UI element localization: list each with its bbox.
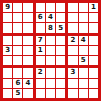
- sudoku-cell-r6c2[interactable]: [13, 56, 22, 65]
- sudoku-cell-r1c2[interactable]: [13, 3, 22, 12]
- sudoku-cell-r2c5[interactable]: 4: [46, 13, 55, 22]
- sudoku-cell-r2c8[interactable]: [79, 13, 88, 22]
- sudoku-cell-r3c8[interactable]: [79, 23, 88, 32]
- sudoku-cell-r9c2[interactable]: 5: [13, 89, 22, 98]
- sudoku-cell-r8c7[interactable]: [68, 79, 77, 88]
- sudoku-cell-r7c5[interactable]: [46, 68, 55, 77]
- sudoku-cell-r7c4[interactable]: 2: [36, 68, 45, 77]
- sudoku-cell-r2c1[interactable]: [3, 13, 12, 22]
- sudoku-cell-r4c5[interactable]: [46, 36, 55, 45]
- sudoku-cell-r6c5[interactable]: [46, 56, 55, 65]
- sudoku-cell-r7c6[interactable]: [56, 68, 65, 77]
- sudoku-cell-r7c3[interactable]: [23, 68, 32, 77]
- sudoku-cell-r4c9[interactable]: [89, 36, 98, 45]
- sudoku-cell-r4c7[interactable]: 2: [68, 36, 77, 45]
- sudoku-cell-r9c3[interactable]: [23, 89, 32, 98]
- sudoku-cell-r1c3[interactable]: [23, 3, 32, 12]
- sudoku-cell-r4c3[interactable]: [23, 36, 32, 45]
- sudoku-cell-r9c1[interactable]: [3, 89, 12, 98]
- sudoku-cell-r4c1[interactable]: [3, 36, 12, 45]
- sudoku-cell-r6c8[interactable]: 5: [79, 56, 88, 65]
- sudoku-cell-r9c9[interactable]: [89, 89, 98, 98]
- sudoku-cell-r5c5[interactable]: [46, 46, 55, 55]
- sudoku-cell-r8c5[interactable]: [46, 79, 55, 88]
- sudoku-cell-r3c7[interactable]: [68, 23, 77, 32]
- sudoku-cell-r7c7[interactable]: 3: [68, 68, 77, 77]
- sudoku-cell-r9c7[interactable]: [68, 89, 77, 98]
- sudoku-cell-r2c2[interactable]: [13, 13, 22, 22]
- sudoku-cell-r2c3[interactable]: [23, 13, 32, 22]
- sudoku-cell-r9c8[interactable]: [79, 89, 88, 98]
- sudoku-cell-r3c3[interactable]: [23, 23, 32, 32]
- sudoku-cell-r6c4[interactable]: [36, 56, 45, 65]
- sudoku-cell-r7c8[interactable]: [79, 68, 88, 77]
- sudoku-cell-r5c1[interactable]: 3: [3, 46, 12, 55]
- sudoku-cell-r1c6[interactable]: [56, 3, 65, 12]
- sudoku-cell-r6c1[interactable]: [3, 56, 12, 65]
- sudoku-cell-r9c6[interactable]: [56, 89, 65, 98]
- sudoku-cell-r5c2[interactable]: [13, 46, 22, 55]
- sudoku-cell-r2c6[interactable]: [56, 13, 65, 22]
- sudoku-cell-r4c4[interactable]: 7: [36, 36, 45, 45]
- sudoku-cell-r3c5[interactable]: 8: [46, 23, 55, 32]
- sudoku-cell-r8c9[interactable]: [89, 79, 98, 88]
- sudoku-cell-r9c5[interactable]: [46, 89, 55, 98]
- sudoku-cell-r2c4[interactable]: 6: [36, 13, 45, 22]
- sudoku-cell-r5c6[interactable]: [56, 46, 65, 55]
- sudoku-cell-r7c2[interactable]: [13, 68, 22, 77]
- sudoku-cell-r4c2[interactable]: [13, 36, 22, 45]
- sudoku-cell-r1c4[interactable]: [36, 3, 45, 12]
- sudoku-cell-r5c3[interactable]: [23, 46, 32, 55]
- sudoku-cell-r8c8[interactable]: [79, 79, 88, 88]
- sudoku-cell-r3c9[interactable]: [89, 23, 98, 32]
- sudoku-cell-r4c8[interactable]: 4: [79, 36, 88, 45]
- sudoku-cell-r6c7[interactable]: [68, 56, 77, 65]
- sudoku-cell-r1c7[interactable]: [68, 3, 77, 12]
- sudoku-cell-r3c2[interactable]: [13, 23, 22, 32]
- sudoku-cell-r1c5[interactable]: [46, 3, 55, 12]
- sudoku-cell-r6c6[interactable]: [56, 56, 65, 65]
- sudoku-cell-r3c1[interactable]: [3, 23, 12, 32]
- sudoku-cell-r8c1[interactable]: [3, 79, 12, 88]
- sudoku-cell-r8c3[interactable]: 4: [23, 79, 32, 88]
- sudoku-cell-r7c1[interactable]: [3, 68, 12, 77]
- sudoku-cell-r7c9[interactable]: [89, 68, 98, 77]
- sudoku-cell-r2c7[interactable]: [68, 13, 77, 22]
- sudoku-cell-r5c9[interactable]: [89, 46, 98, 55]
- sudoku-cell-r1c8[interactable]: [79, 3, 88, 12]
- sudoku-cell-r3c4[interactable]: [36, 23, 45, 32]
- sudoku-cell-r2c9[interactable]: [89, 13, 98, 22]
- sudoku-cell-r8c6[interactable]: [56, 79, 65, 88]
- sudoku-cell-r1c1[interactable]: 9: [3, 3, 12, 12]
- sudoku-cell-r5c8[interactable]: [79, 46, 88, 55]
- sudoku-cell-r8c4[interactable]: [36, 79, 45, 88]
- sudoku-cell-r3c6[interactable]: 5: [56, 23, 65, 32]
- sudoku-cell-r5c4[interactable]: 1: [36, 46, 45, 55]
- sudoku-cell-r6c9[interactable]: [89, 56, 98, 65]
- sudoku-cell-r8c2[interactable]: 6: [13, 79, 22, 88]
- sudoku-cell-r4c6[interactable]: [56, 36, 65, 45]
- sudoku-cell-r1c9[interactable]: 1: [89, 3, 98, 12]
- sudoku-cell-r5c7[interactable]: [68, 46, 77, 55]
- sudoku-cell-r6c3[interactable]: [23, 56, 32, 65]
- sudoku-cell-r9c4[interactable]: [36, 89, 45, 98]
- sudoku-board: 91648572431523645: [0, 0, 101, 101]
